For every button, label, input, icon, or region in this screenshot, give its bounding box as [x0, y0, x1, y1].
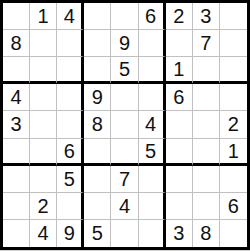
cell-r6c3: 6: [57, 139, 84, 166]
cell-r1c1[interactable]: [3, 3, 30, 30]
cell-r3c1[interactable]: [3, 57, 30, 84]
cell-r3c4[interactable]: [84, 57, 111, 84]
cell-r6c4[interactable]: [84, 139, 111, 166]
cell-r2c8: 7: [193, 30, 220, 57]
cell-r4c1: 4: [3, 84, 30, 111]
cell-r6c6: 5: [139, 139, 166, 166]
cell-r4c2[interactable]: [30, 84, 57, 111]
cell-r1c7: 2: [166, 3, 193, 30]
cell-r3c7: 1: [166, 57, 193, 84]
cell-r9c2: 4: [30, 220, 57, 247]
cell-r3c8[interactable]: [193, 57, 220, 84]
cell-r4c9[interactable]: [220, 84, 247, 111]
cell-r8c8[interactable]: [193, 193, 220, 220]
cell-r7c1[interactable]: [3, 166, 30, 193]
cell-r4c5[interactable]: [111, 84, 138, 111]
cell-r4c7: 6: [166, 84, 193, 111]
cell-r9c8: 8: [193, 220, 220, 247]
cell-r3c3[interactable]: [57, 57, 84, 84]
cell-r2c3[interactable]: [57, 30, 84, 57]
cell-r6c9: 1: [220, 139, 247, 166]
cell-r7c3: 5: [57, 166, 84, 193]
cell-r6c1[interactable]: [3, 139, 30, 166]
cell-r9c9[interactable]: [220, 220, 247, 247]
cell-r8c4[interactable]: [84, 193, 111, 220]
cell-r8c6[interactable]: [139, 193, 166, 220]
cell-r9c4: 5: [84, 220, 111, 247]
cell-r4c8[interactable]: [193, 84, 220, 111]
cell-r1c9[interactable]: [220, 3, 247, 30]
cell-r4c6[interactable]: [139, 84, 166, 111]
cell-r7c9[interactable]: [220, 166, 247, 193]
cell-r7c8[interactable]: [193, 166, 220, 193]
cell-r1c8: 3: [193, 3, 220, 30]
cell-r8c3[interactable]: [57, 193, 84, 220]
cell-r2c2[interactable]: [30, 30, 57, 57]
cell-r7c6[interactable]: [139, 166, 166, 193]
cell-r3c5: 5: [111, 57, 138, 84]
cell-r5c6: 4: [139, 111, 166, 138]
cell-r5c5[interactable]: [111, 111, 138, 138]
cell-r5c7[interactable]: [166, 111, 193, 138]
cell-r1c2: 1: [30, 3, 57, 30]
sudoku-board: 146238975149638426515724649538: [0, 0, 250, 250]
cell-r5c8[interactable]: [193, 111, 220, 138]
cell-r9c1[interactable]: [3, 220, 30, 247]
cell-r8c1[interactable]: [3, 193, 30, 220]
cell-r3c2[interactable]: [30, 57, 57, 84]
cell-r1c4[interactable]: [84, 3, 111, 30]
cell-r5c4: 8: [84, 111, 111, 138]
cell-r8c9: 6: [220, 193, 247, 220]
cell-r3c9[interactable]: [220, 57, 247, 84]
cell-r8c2: 2: [30, 193, 57, 220]
sudoku-page: 146238975149638426515724649538: [0, 0, 250, 251]
cell-r2c5: 9: [111, 30, 138, 57]
cell-r9c6[interactable]: [139, 220, 166, 247]
cell-r2c4[interactable]: [84, 30, 111, 57]
cell-r8c7[interactable]: [166, 193, 193, 220]
cell-r5c2[interactable]: [30, 111, 57, 138]
cell-r7c2[interactable]: [30, 166, 57, 193]
cell-r6c7[interactable]: [166, 139, 193, 166]
cell-r1c6: 6: [139, 3, 166, 30]
cell-r7c4[interactable]: [84, 166, 111, 193]
cell-r1c5[interactable]: [111, 3, 138, 30]
cell-r4c3[interactable]: [57, 84, 84, 111]
cell-r3c6[interactable]: [139, 57, 166, 84]
cell-r5c1: 3: [3, 111, 30, 138]
cell-r9c5[interactable]: [111, 220, 138, 247]
cell-r6c5[interactable]: [111, 139, 138, 166]
cell-r7c7[interactable]: [166, 166, 193, 193]
cell-r6c2[interactable]: [30, 139, 57, 166]
cell-r6c8[interactable]: [193, 139, 220, 166]
cell-r8c5: 4: [111, 193, 138, 220]
cell-r7c5: 7: [111, 166, 138, 193]
cell-r9c7: 3: [166, 220, 193, 247]
cell-r5c3[interactable]: [57, 111, 84, 138]
cell-r2c6[interactable]: [139, 30, 166, 57]
cell-r2c1: 8: [3, 30, 30, 57]
cell-r2c7[interactable]: [166, 30, 193, 57]
cell-r9c3: 9: [57, 220, 84, 247]
cell-r1c3: 4: [57, 3, 84, 30]
cell-r2c9[interactable]: [220, 30, 247, 57]
cell-r5c9: 2: [220, 111, 247, 138]
cell-r4c4: 9: [84, 84, 111, 111]
